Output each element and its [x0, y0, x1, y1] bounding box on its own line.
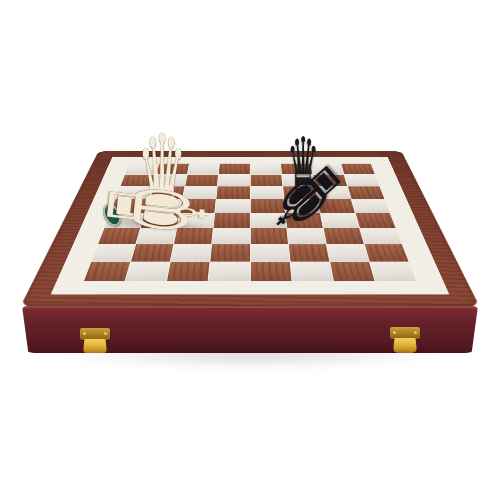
square-c1[interactable]: [167, 262, 209, 281]
square-h1[interactable]: [370, 262, 416, 281]
square-h3[interactable]: [360, 228, 402, 244]
square-g3[interactable]: [323, 228, 363, 244]
square-h6[interactable]: [348, 187, 385, 199]
chess-set-product-photo: ♛ ♚ ♛ ♚: [0, 0, 500, 500]
square-e7[interactable]: [250, 175, 282, 187]
square-c7[interactable]: [185, 175, 218, 187]
square-g2[interactable]: [327, 244, 369, 261]
square-h4[interactable]: [356, 213, 396, 228]
square-e1[interactable]: [250, 262, 291, 281]
square-b2[interactable]: [131, 244, 173, 261]
square-g4[interactable]: [321, 213, 359, 228]
latch-plate: [390, 327, 420, 339]
square-b1[interactable]: [126, 262, 170, 281]
square-f1[interactable]: [290, 262, 332, 281]
square-d2[interactable]: [211, 244, 250, 261]
latch-plate: [80, 328, 110, 340]
ground-shadow: [55, 342, 445, 368]
square-c8[interactable]: [188, 164, 220, 175]
square-f2[interactable]: [288, 244, 329, 261]
square-a1[interactable]: [84, 262, 130, 281]
square-d8[interactable]: [219, 164, 250, 175]
square-a2[interactable]: [92, 244, 136, 261]
square-h2[interactable]: [365, 244, 409, 261]
square-e8[interactable]: [250, 164, 281, 175]
chessboard: [20, 151, 480, 307]
square-d1[interactable]: [209, 262, 250, 281]
square-c2[interactable]: [171, 244, 212, 261]
square-g1[interactable]: [330, 262, 374, 281]
square-h5[interactable]: [352, 199, 390, 212]
square-d7[interactable]: [218, 175, 250, 187]
